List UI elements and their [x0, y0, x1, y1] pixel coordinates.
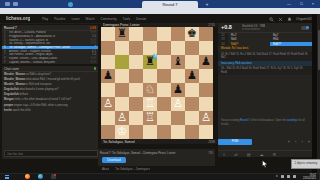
nav-item-donate[interactable]: Donate	[136, 17, 146, 22]
square-b1[interactable]: ♔	[115, 125, 129, 139]
chat-messages: Wonder_Woman so Rd6 is okay here?Wonder_…	[2, 72, 98, 152]
start-button[interactable]	[5, 175, 9, 179]
chat-message: Wonder_Woman what about Rb4, I missed g4…	[4, 78, 96, 82]
black-p-piece[interactable]: ♟	[199, 55, 213, 69]
main-nav: PlayPuzzlesLearnWatchCommunityToolsDonat…	[42, 17, 146, 22]
black-b-piece[interactable]: ♝	[171, 55, 185, 69]
player-bottom-name: Ter-Sahakyan, Samvel	[103, 140, 135, 144]
standings-link[interactable]: standings	[287, 119, 298, 122]
square-e2[interactable]	[157, 111, 171, 125]
square-g3[interactable]	[185, 97, 199, 111]
square-g5[interactable]: ♟	[185, 69, 199, 83]
square-b8[interactable]: ♜	[115, 27, 129, 41]
live-badge: LIVE	[90, 26, 96, 30]
square-f6[interactable]: ♝	[171, 55, 185, 69]
nav-item-community[interactable]: Community	[100, 17, 116, 22]
game-result: ½-½	[87, 57, 96, 60]
broadcast-games-panel: Round 7 LIVE 1Giri, Anish – Caruana, Fab…	[2, 25, 98, 64]
nav-item-tools[interactable]: Tools	[123, 17, 130, 22]
square-e8[interactable]	[157, 27, 171, 41]
chat-message: Dogsbollok what board is Leinier playing…	[4, 88, 96, 92]
chat-panel: Chat room Wonder_Woman so Rd6 is okay he…	[2, 66, 98, 159]
square-h2[interactable]: ♙	[199, 111, 213, 125]
cloud-eval-icon[interactable]: ☁	[259, 152, 263, 157]
square-d5[interactable]	[143, 69, 157, 83]
chat-username[interactable]: peepee	[4, 104, 14, 107]
square-c2[interactable]	[129, 111, 143, 125]
square-f7[interactable]	[171, 41, 185, 55]
games-list: 1Giri, Anish – Caruana, Fabiano½-½2Pragg…	[2, 31, 98, 64]
note-text: of the live broadcast. Open the	[250, 119, 287, 122]
chat-message: heeler watch the d-file	[4, 109, 96, 113]
square-d8[interactable]	[143, 27, 157, 41]
round-link[interactable]: Round 7	[240, 119, 250, 122]
move-number: 34	[218, 42, 228, 46]
square-c4[interactable]	[129, 83, 143, 97]
engine-eval: +0.8	[221, 24, 232, 30]
black-k-piece[interactable]: ♚	[185, 27, 199, 41]
system-tray: ∧	[275, 174, 296, 178]
black-r-piece[interactable]: ♜	[115, 27, 129, 41]
game-pair: Keymer, Vincent – Deac, Bogdan-Daniel	[9, 57, 87, 60]
square-d4[interactable]: ♘	[143, 83, 157, 97]
square-b2[interactable]: ♙	[115, 111, 129, 125]
square-f4[interactable]: ♟	[171, 83, 185, 97]
game-result: ½-½	[87, 31, 96, 34]
chat-message: Wonder_Woman or Nc6 and transpose	[4, 83, 96, 87]
square-e6[interactable]	[157, 55, 171, 69]
square-b3[interactable]	[115, 97, 129, 111]
square-b4[interactable]	[115, 83, 129, 97]
square-g6[interactable]	[185, 55, 199, 69]
square-f2[interactable]	[171, 111, 185, 125]
game-pair: Van Foreest, Jorden – Erigaisi, Arjun	[9, 53, 87, 56]
square-c8[interactable]	[129, 27, 143, 41]
settings-icon[interactable]: ⚙	[272, 152, 276, 157]
square-c3[interactable]	[129, 97, 143, 111]
square-f3[interactable]: ♙	[171, 97, 185, 111]
black-p-piece[interactable]: ♟	[185, 69, 199, 83]
tray-chevron-icon[interactable]: ∧	[275, 174, 278, 178]
scrollbar-thumb[interactable]	[318, 30, 320, 70]
network-icon[interactable]	[281, 175, 284, 178]
square-d1[interactable]	[143, 125, 157, 139]
chat-username[interactable]: Wonder_Woman	[4, 78, 26, 81]
square-c7[interactable]	[129, 41, 143, 55]
square-g7[interactable]	[185, 41, 199, 55]
black-p-piece[interactable]: ♟	[171, 83, 185, 97]
pgn-button[interactable]: PGN	[218, 139, 252, 145]
taskbar	[0, 173, 320, 180]
study-tab-game[interactable]: Ter-Sahakyan – Dominguez	[115, 167, 150, 173]
first-move-button[interactable]: «	[288, 139, 290, 145]
nav-item-puzzles[interactable]: Puzzles	[54, 17, 65, 22]
mouse-cursor	[262, 160, 268, 168]
study-panel: Round 7: Ter-Sahakyan, Samvel – Domingue…	[98, 149, 215, 166]
chat-message: Morgan hello, is the other broadcast of …	[4, 98, 96, 102]
player-bottom-rating: 2698	[208, 140, 215, 144]
square-h7[interactable]	[199, 41, 213, 55]
square-h3[interactable]	[199, 97, 213, 111]
square-e1[interactable]	[157, 125, 171, 139]
study-tab-about[interactable]: About	[102, 167, 109, 173]
os-tooltip: 2 objects remaining	[291, 159, 320, 169]
taskbar-clock[interactable]: 19:02 23/10/2025	[303, 174, 316, 180]
study-tabs: AboutTer-Sahakyan – Dominguez	[98, 167, 219, 173]
player-bar-bottom: Ter-Sahakyan, Samvel 2698	[101, 139, 217, 144]
game-pair: Giri, Anish – Caruana, Fabiano	[9, 31, 87, 34]
header-right: OrigamiGOAT	[269, 16, 316, 22]
square-d2[interactable]: ♖	[143, 111, 157, 125]
chat-username[interactable]: heeler	[4, 109, 13, 112]
game-result: ½-½	[87, 61, 96, 64]
square-g1[interactable]	[185, 125, 199, 139]
game-result: ½-½	[87, 42, 96, 45]
square-e7[interactable]	[157, 41, 171, 55]
study-title: Round 7: Ter-Sahakyan, Samvel – Domingue…	[98, 149, 200, 155]
broadcast-round-title: Round 7	[4, 26, 17, 30]
square-e3[interactable]	[157, 97, 171, 111]
menu-icon[interactable]: ≡	[223, 152, 225, 157]
move-list-icon[interactable]: ▤	[247, 152, 251, 157]
bell-icon[interactable]	[287, 17, 292, 22]
chat-username[interactable]: Morgan	[4, 98, 14, 101]
square-g2[interactable]	[185, 111, 199, 125]
chat-title: Chat room	[4, 67, 19, 71]
chat-username[interactable]: Dogsbollok	[4, 93, 19, 96]
flip-board-icon[interactable]: ⇄	[234, 152, 237, 157]
lichess-logo[interactable]: lichess.org	[6, 16, 30, 22]
move-row: 34Nd4?Rd6?!	[218, 42, 312, 46]
profile-avatar-icon[interactable]	[68, 2, 73, 7]
black-move[interactable]: Rd6?!	[270, 42, 312, 46]
square-h1[interactable]	[199, 125, 213, 139]
square-h4[interactable]	[199, 83, 213, 97]
square-h6[interactable]: ♟	[199, 55, 213, 69]
white-r-piece[interactable]: ♖	[143, 111, 157, 125]
square-d7[interactable]	[143, 41, 157, 55]
volume-icon[interactable]	[287, 175, 290, 178]
square-e5[interactable]	[157, 69, 171, 83]
analysis-toolbar: ≡⇄▤☁⚙	[218, 150, 317, 158]
engine-header: +0.8 Stockfish 16 · 7MB in local browser	[218, 23, 312, 33]
clock-date: 23/10/2025	[303, 177, 316, 180]
variation-line[interactable]: 34... Rb4 35. Rc3 Bxd4 36. Rxd4 Rxd4 37.…	[218, 66, 312, 75]
note-text: You are viewing	[221, 119, 240, 122]
battery-icon[interactable]	[293, 175, 296, 178]
square-h8[interactable]	[199, 27, 213, 41]
white-p-piece[interactable]: ♙	[199, 111, 213, 125]
browser-tab[interactable]: Round 7	[142, 1, 198, 8]
square-f5[interactable]	[171, 69, 185, 83]
square-g4[interactable]	[185, 83, 199, 97]
square-g8[interactable]: ♚	[185, 27, 199, 41]
square-a4[interactable]	[101, 83, 115, 97]
analysis-panel: +0.8 Stockfish 16 · 7MB in local browser…	[218, 23, 312, 157]
chat-message: Wonder_Woman so Rd6 is okay here?	[4, 73, 96, 77]
new-tab-button[interactable]: +	[203, 0, 211, 8]
nav-item-learn[interactable]: Learn	[71, 17, 79, 22]
chat-online-dot	[94, 67, 97, 70]
white-r-piece[interactable]: ♖	[143, 97, 157, 111]
notification-badge	[54, 174, 56, 176]
square-a5[interactable]: ♟	[101, 69, 115, 83]
game-pair: Aronian, Levon – Rapport, Richard	[9, 50, 87, 53]
last-move-button[interactable]: »	[308, 139, 310, 145]
white-k-piece[interactable]: ♔	[115, 125, 129, 139]
download-button[interactable]: Download	[102, 157, 126, 163]
square-a1[interactable]	[101, 125, 115, 139]
game-result: *	[87, 46, 96, 49]
chat-input[interactable]	[4, 150, 98, 157]
game-pair: Praggnanandhaa, R – Abdusattorov, N	[9, 35, 87, 38]
chat-username[interactable]: Wonder_Woman	[4, 83, 26, 86]
firefox-icon[interactable]	[25, 174, 30, 179]
square-d6[interactable]: ♜?!	[143, 55, 157, 69]
prev-move-button[interactable]: ‹	[295, 139, 296, 145]
engine-mode: in local browser	[242, 28, 260, 31]
search-icon[interactable]	[269, 17, 274, 22]
square-d3[interactable]: ♖	[143, 97, 157, 111]
square-a8[interactable]	[101, 27, 115, 41]
white-p-piece[interactable]: ♙	[115, 111, 129, 125]
game-pair: So, Wesley – Nepomniachtchi, Ian	[9, 42, 87, 45]
square-a2[interactable]	[101, 111, 115, 125]
black-p-piece[interactable]: ♟	[101, 69, 115, 83]
game-pair: Lagarde, Maxime – Gledura, Benjamin	[9, 61, 87, 64]
variation-line[interactable]: 34. Rc7 Bd8 35. Rcc2 Bb6 36. Nd4 Bxd4 37…	[218, 52, 312, 61]
square-c6[interactable]	[129, 55, 143, 69]
white-p-piece[interactable]: ♙	[171, 97, 185, 111]
white-n-piece[interactable]: ♘	[143, 83, 157, 97]
chat-message: Dogsbollok brilliant	[4, 93, 96, 97]
chess-board[interactable]: ♜♚♜?!♝♟♟♟♘♟♙♖♙♙♖♙♔	[101, 27, 213, 139]
square-h5[interactable]	[199, 69, 213, 83]
screen: Round 7 + — □ × ← → ⟳ lichess.org/broadc…	[0, 0, 320, 180]
chat-username[interactable]: Dogsbollok	[4, 88, 19, 91]
move-list: 32Rc2Bg733Nb3Rb634Nd4?Rd6?!	[218, 33, 312, 46]
nav-item-play[interactable]: Play	[42, 17, 48, 22]
square-c5[interactable]	[129, 69, 143, 83]
browser-titlebar: Round 7 + — □ ×	[0, 0, 320, 8]
square-e4[interactable]	[157, 83, 171, 97]
viewer-count: 785	[208, 151, 213, 155]
window-controls[interactable]: — □ ×	[287, 0, 318, 8]
square-c1[interactable]	[129, 125, 143, 139]
chat-username[interactable]: Wonder_Woman	[4, 73, 26, 76]
square-a6[interactable]	[101, 55, 115, 69]
square-f8[interactable]	[171, 27, 185, 41]
game-row[interactable]: 9Lagarde, Maxime – Gledura, Benjamin½-½	[2, 61, 98, 65]
chat-message: peepee engine says +0.8 after Rd6, white…	[4, 104, 96, 108]
square-a3[interactable]: ♙	[101, 97, 115, 111]
game-result: 1-0	[87, 35, 96, 38]
square-b6[interactable]	[115, 55, 129, 69]
pinned-tab-icon[interactable]	[13, 2, 18, 6]
nav-item-watch[interactable]: Watch	[86, 17, 95, 22]
game-pair: Ter-Sahakyan, Samvel – Dominguez Perez, …	[9, 46, 87, 49]
square-f1[interactable]	[171, 125, 185, 139]
challenge-icon[interactable]	[278, 17, 283, 22]
square-b5[interactable]	[115, 69, 129, 83]
jump-controls: «‹›»	[288, 139, 310, 145]
broadcast-note: You are viewing Round 7 of the live broa…	[218, 119, 312, 126]
game-pair: Gukesh, D – Vachier-Lagrave, M	[9, 39, 87, 42]
square-b7[interactable]	[115, 41, 129, 55]
square-a7[interactable]	[101, 41, 115, 55]
pinned-tab-icon[interactable]	[5, 2, 10, 6]
engine-toggle[interactable]	[301, 26, 309, 30]
white-p-piece[interactable]: ♙	[101, 97, 115, 111]
edge-icon[interactable]	[38, 174, 43, 179]
white-move[interactable]: Nd4?	[228, 42, 270, 46]
next-move-button[interactable]: ›	[301, 139, 302, 145]
